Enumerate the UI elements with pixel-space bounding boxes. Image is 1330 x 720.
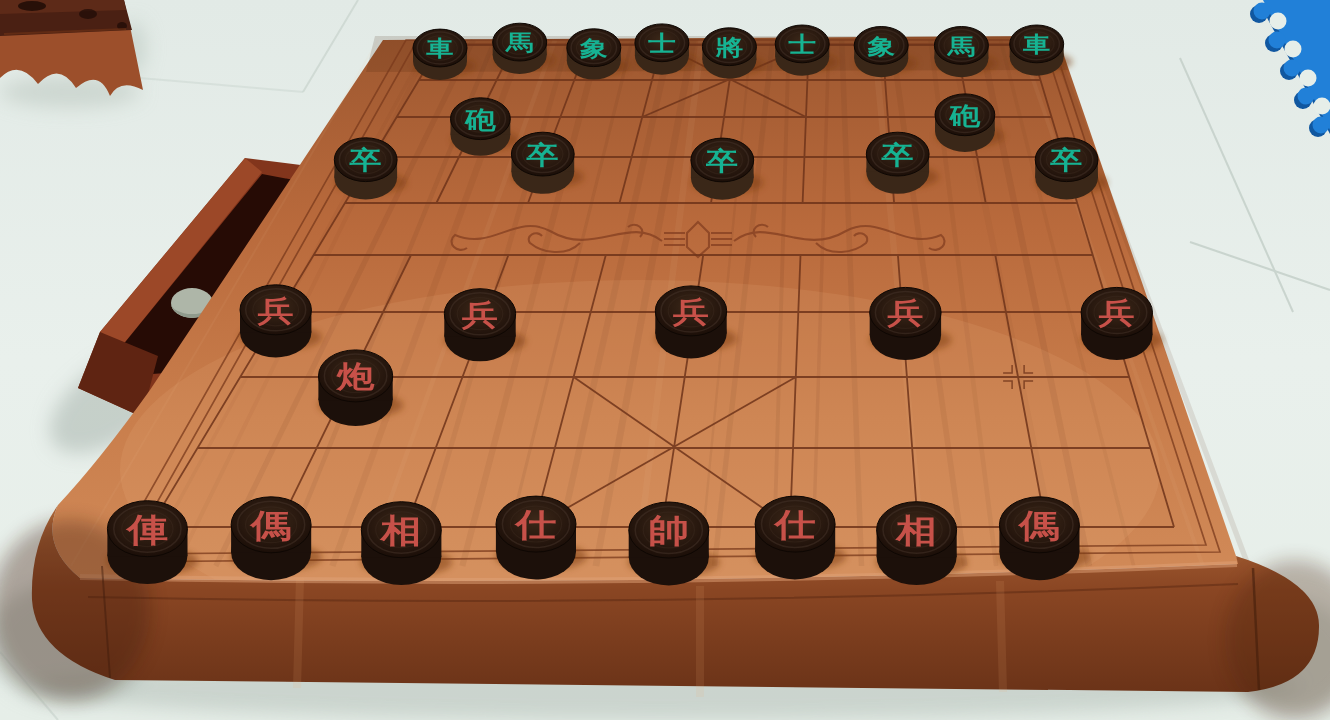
svg-text:傌: 傌 xyxy=(248,507,291,545)
photo-scene: 車馬象士將士象馬車砲砲卒卒卒卒卒兵兵兵兵兵炮俥傌相仕帥仕相傌 xyxy=(0,0,1330,720)
svg-text:仕: 仕 xyxy=(772,506,815,544)
svg-text:俥: 俥 xyxy=(125,511,168,549)
svg-text:炮: 炮 xyxy=(336,359,376,394)
scene: 車馬象士將士象馬車砲砲卒卒卒卒卒兵兵兵兵兵炮俥傌相仕帥仕相傌 xyxy=(0,0,1330,720)
svg-text:兵: 兵 xyxy=(461,297,499,331)
svg-text:士: 士 xyxy=(647,31,676,57)
svg-text:馬: 馬 xyxy=(505,30,534,56)
svg-text:砲: 砲 xyxy=(949,101,981,130)
svg-text:車: 車 xyxy=(425,36,454,62)
svg-text:仕: 仕 xyxy=(513,506,556,544)
svg-text:馬: 馬 xyxy=(947,33,976,59)
svg-text:象: 象 xyxy=(866,33,895,59)
svg-text:士: 士 xyxy=(787,32,816,58)
svg-text:相: 相 xyxy=(895,512,937,550)
svg-text:卒: 卒 xyxy=(526,140,559,170)
svg-text:兵: 兵 xyxy=(672,294,710,328)
svg-text:卒: 卒 xyxy=(349,145,382,175)
svg-text:砲: 砲 xyxy=(464,105,496,134)
svg-text:車: 車 xyxy=(1022,32,1051,58)
svg-text:兵: 兵 xyxy=(256,293,294,327)
svg-text:兵: 兵 xyxy=(886,296,924,330)
svg-text:卒: 卒 xyxy=(881,140,914,170)
svg-text:相: 相 xyxy=(380,512,422,550)
svg-text:帥: 帥 xyxy=(648,512,689,550)
svg-text:象: 象 xyxy=(579,36,608,62)
svg-text:卒: 卒 xyxy=(705,146,738,176)
svg-text:卒: 卒 xyxy=(1050,145,1083,175)
svg-text:將: 將 xyxy=(715,35,744,61)
svg-text:兵: 兵 xyxy=(1098,296,1136,330)
svg-text:傌: 傌 xyxy=(1017,507,1060,545)
